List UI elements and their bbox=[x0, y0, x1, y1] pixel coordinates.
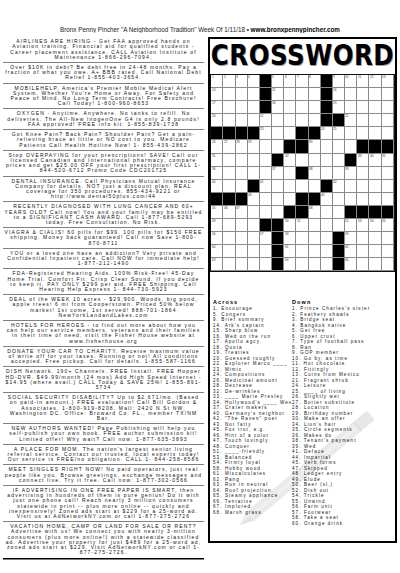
cell-number: 23 bbox=[260, 127, 264, 130]
grid-cell bbox=[369, 101, 381, 114]
cell-number: 54 bbox=[370, 219, 374, 222]
grid-cell: 24 bbox=[321, 127, 333, 140]
grid-cell bbox=[223, 154, 235, 167]
grid-cell bbox=[260, 206, 272, 219]
grid-cell: 46 bbox=[223, 206, 235, 219]
cell-number: 25 bbox=[333, 127, 337, 130]
grid-cell bbox=[357, 193, 369, 206]
grid-cell: 21 bbox=[260, 114, 272, 127]
grid-cell bbox=[321, 140, 333, 153]
black-cell bbox=[333, 114, 345, 127]
black-cell bbox=[211, 127, 223, 140]
black-cell bbox=[309, 193, 321, 206]
down-heading: Down bbox=[292, 299, 393, 305]
grid-cell bbox=[272, 114, 284, 127]
classified-ad: NEW AUTHORS WANTED! Page Publishing will… bbox=[3, 424, 204, 445]
grid-cell bbox=[248, 245, 260, 258]
grid-cell bbox=[357, 258, 369, 271]
black-cell bbox=[369, 206, 381, 219]
grid-cell bbox=[333, 154, 345, 167]
grid-cell: 31 bbox=[211, 154, 223, 167]
cell-number: 36 bbox=[212, 167, 216, 170]
grid-cell bbox=[309, 180, 321, 193]
grid-cell: 42 bbox=[333, 180, 345, 193]
grid-cell bbox=[357, 232, 369, 245]
grid-cell bbox=[357, 180, 369, 193]
cell-number: 57 bbox=[260, 232, 264, 235]
cell-number: 60 bbox=[212, 245, 216, 248]
grid-cell: 23 bbox=[260, 127, 272, 140]
grid-cell bbox=[382, 167, 394, 180]
grid-cell bbox=[248, 219, 260, 232]
classified-ad: RECENTLY DIAGNOSED WITH LUNG CANCER AND … bbox=[3, 202, 204, 228]
grid-cell: 48 bbox=[309, 206, 321, 219]
grid-cell bbox=[357, 167, 369, 180]
classified-ad: Got Knee Pain? Back Pain? Shoulder Pain?… bbox=[3, 130, 204, 151]
grid-cell bbox=[223, 101, 235, 114]
grid-cell: 20 bbox=[211, 114, 223, 127]
grid-cell bbox=[357, 114, 369, 127]
classified-ad: DONATE YOUR CAR TO CHARITY. Receive maxi… bbox=[3, 347, 204, 368]
black-cell bbox=[260, 101, 272, 114]
cell-number: 46 bbox=[224, 206, 228, 209]
grid-cell bbox=[321, 258, 333, 271]
cell-number: 49 bbox=[212, 219, 216, 222]
cell-number: 34 bbox=[370, 154, 374, 157]
grid-cell bbox=[345, 140, 357, 153]
grid-cell: 30 bbox=[309, 140, 321, 153]
cell-number: 61 bbox=[285, 245, 289, 248]
classified-ad: MOBILEHELP, America's Premier Mobile Med… bbox=[3, 83, 204, 109]
cell-number: 63 bbox=[212, 258, 216, 261]
grid-cell bbox=[236, 245, 248, 258]
cell-number: 51 bbox=[297, 219, 301, 222]
grid-cell bbox=[236, 154, 248, 167]
grid-cell: 36 bbox=[211, 167, 223, 180]
black-cell bbox=[248, 127, 260, 140]
grid-cell bbox=[369, 127, 381, 140]
cell-number: 59 bbox=[345, 232, 349, 235]
cell-number: 16 bbox=[333, 88, 337, 91]
black-cell bbox=[321, 88, 333, 101]
grid-cell bbox=[369, 258, 381, 271]
black-cell bbox=[357, 140, 369, 153]
grid-cell bbox=[321, 232, 333, 245]
cell-number: 20 bbox=[212, 114, 216, 117]
black-cell bbox=[248, 180, 260, 193]
grid-cell bbox=[333, 193, 345, 206]
cell-number: 17 bbox=[212, 101, 216, 104]
grid-cell: 50 bbox=[284, 219, 296, 232]
grid-cell: 63 bbox=[211, 258, 223, 271]
cell-number: 44 bbox=[321, 193, 325, 196]
classified-ad: Stop OVERPAYING for your prescriptions! … bbox=[3, 150, 204, 176]
cell-number: 53 bbox=[358, 219, 362, 222]
cell-number: 42 bbox=[333, 180, 337, 183]
black-cell bbox=[296, 167, 308, 180]
grid-cell bbox=[369, 245, 381, 258]
grid-cell: 22 bbox=[345, 114, 357, 127]
cell-number: 15 bbox=[272, 88, 276, 91]
grid-cell bbox=[248, 101, 260, 114]
black-cell bbox=[333, 245, 345, 258]
classifieds-column: AIRLINES ARE HIRING - Get FAA approved h… bbox=[3, 37, 204, 567]
black-cell bbox=[321, 101, 333, 114]
black-cell bbox=[309, 127, 321, 140]
black-cell bbox=[321, 75, 333, 88]
grid-cell: 11 bbox=[357, 75, 369, 88]
cell-number: 33 bbox=[358, 154, 362, 157]
grid-cell: 4 bbox=[248, 75, 260, 88]
masthead-text: Bronx Penny Pincher "A Neighborhood Trad… bbox=[60, 26, 251, 33]
classified-ad: IF ADVERTISING IN ONE FREE PAPER IS SMAR… bbox=[3, 486, 204, 522]
grid-cell bbox=[284, 167, 296, 180]
grid-cell: 47 bbox=[236, 206, 248, 219]
grid-cell: 18 bbox=[272, 101, 284, 114]
grid-cell: 53 bbox=[357, 219, 369, 232]
grid-cell bbox=[333, 206, 345, 219]
grid-cell bbox=[272, 127, 284, 140]
grid-cell bbox=[309, 88, 321, 101]
grid-cell bbox=[248, 88, 260, 101]
black-cell bbox=[272, 154, 284, 167]
black-cell bbox=[211, 193, 223, 206]
grid-cell: 16 bbox=[333, 88, 345, 101]
black-cell bbox=[333, 232, 345, 245]
cell-number: 2 bbox=[224, 75, 226, 78]
grid-cell: 39 bbox=[345, 167, 357, 180]
cell-number: 12 bbox=[370, 75, 374, 78]
grid-cell bbox=[272, 193, 284, 206]
cell-number: 11 bbox=[358, 75, 361, 78]
grid-cell: 28 bbox=[236, 140, 248, 153]
grid-cell bbox=[296, 258, 308, 271]
cell-number: 62 bbox=[345, 245, 349, 248]
grid-cell bbox=[248, 114, 260, 127]
grid-cell bbox=[345, 101, 357, 114]
grid-cell bbox=[321, 245, 333, 258]
grid-cell: 12 bbox=[369, 75, 381, 88]
grid-cell bbox=[284, 180, 296, 193]
grid-cell bbox=[284, 114, 296, 127]
black-cell bbox=[223, 127, 235, 140]
grid-cell: 57 bbox=[260, 232, 272, 245]
cell-number: 29 bbox=[248, 140, 252, 143]
grid-cell: 49 bbox=[211, 219, 223, 232]
grid-cell: 29 bbox=[248, 140, 260, 153]
crossword-title: CROSSWORD bbox=[212, 37, 393, 74]
grid-cell bbox=[296, 114, 308, 127]
grid-cell: 45 bbox=[211, 206, 223, 219]
grid-cell bbox=[223, 245, 235, 258]
grid-cell bbox=[369, 88, 381, 101]
cell-number: 50 bbox=[285, 219, 289, 222]
grid-cell bbox=[223, 232, 235, 245]
grid-cell bbox=[260, 193, 272, 206]
grid-cell: 15 bbox=[272, 88, 284, 101]
grid-cell bbox=[260, 154, 272, 167]
grid-cell: 43 bbox=[248, 193, 260, 206]
classified-ad: SOCIAL SECURITY DISABILITY? Up to $2,671… bbox=[3, 393, 204, 424]
grid-cell bbox=[236, 232, 248, 245]
cell-number: 19 bbox=[333, 101, 337, 104]
black-cell bbox=[260, 75, 272, 88]
classified-ad: VACATION HOME, CAMP OR LAND FOR SALE OR … bbox=[3, 522, 204, 559]
cell-number: 47 bbox=[236, 206, 240, 209]
grid-cell bbox=[223, 180, 235, 193]
grid-cell: 5 bbox=[272, 75, 284, 88]
grid-cell bbox=[309, 232, 321, 245]
grid-cell: 52 bbox=[345, 219, 357, 232]
classified-ad: OXYGEN - Anytime. Anywhere. No tanks to … bbox=[3, 109, 204, 130]
black-cell bbox=[260, 219, 272, 232]
classified-ad: HOTELS FOR HEROES - to find out more abo… bbox=[3, 321, 204, 347]
cell-number: 6 bbox=[285, 75, 287, 78]
cell-number: 30 bbox=[309, 140, 313, 143]
cell-number: 18 bbox=[272, 101, 276, 104]
grid-cell bbox=[345, 88, 357, 101]
grid-cell: 9 bbox=[333, 75, 345, 88]
black-cell bbox=[296, 193, 308, 206]
classified-ad: FDA-Registered Hearing Aids. 100% Risk-F… bbox=[3, 269, 204, 295]
black-cell bbox=[296, 127, 308, 140]
grid-cell: 8 bbox=[309, 75, 321, 88]
grid-cell bbox=[357, 245, 369, 258]
cell-number: 65 bbox=[345, 258, 349, 261]
black-cell bbox=[272, 219, 284, 232]
down-clue-list: 1. Prince Charles's sister2. Feathery sh… bbox=[292, 306, 393, 526]
grid-cell bbox=[296, 88, 308, 101]
grid-cell bbox=[236, 180, 248, 193]
grid-cell bbox=[284, 193, 296, 206]
grid-cell: 51 bbox=[296, 219, 308, 232]
cell-number: 37 bbox=[272, 167, 276, 170]
cell-number: 55 bbox=[382, 219, 386, 222]
across-clue-list: 1. Encourage5. Congers9. Brief summary14… bbox=[213, 306, 292, 515]
grid-cell bbox=[223, 114, 235, 127]
grid-cell bbox=[369, 193, 381, 206]
classified-ad: Over $10K in debt? Be debt free in 24-48… bbox=[3, 63, 204, 84]
black-cell bbox=[223, 193, 235, 206]
grid-cell bbox=[236, 219, 248, 232]
cell-number: 31 bbox=[212, 154, 216, 157]
grid-cell bbox=[345, 180, 357, 193]
black-cell bbox=[236, 127, 248, 140]
classified-ad: AIRLINES ARE HIRING - Get FAA approved h… bbox=[3, 37, 204, 63]
grid-cell bbox=[284, 88, 296, 101]
black-cell bbox=[272, 245, 284, 258]
down-clue: 60. Orange drink bbox=[292, 521, 393, 527]
grid-cell: 44 bbox=[321, 193, 333, 206]
cell-number: 39 bbox=[345, 167, 349, 170]
cell-number: 45 bbox=[212, 206, 216, 209]
grid-cell bbox=[260, 245, 272, 258]
black-cell bbox=[382, 140, 394, 153]
grid-cell: 1 bbox=[211, 75, 223, 88]
across-clue: 68. Marsh grass bbox=[213, 510, 292, 516]
cell-number: 41 bbox=[260, 180, 264, 183]
grid-cell: 64 bbox=[284, 258, 296, 271]
grid-cell bbox=[382, 114, 394, 127]
grid-cell bbox=[333, 219, 345, 232]
grid-cell bbox=[296, 154, 308, 167]
grid-cell: 65 bbox=[345, 258, 357, 271]
grid-cell bbox=[248, 206, 260, 219]
cell-number: 43 bbox=[248, 193, 252, 196]
grid-cell: 56 bbox=[211, 232, 223, 245]
cell-number: 13 bbox=[382, 75, 386, 78]
grid-cell: 13 bbox=[382, 75, 394, 88]
grid-cell bbox=[321, 154, 333, 167]
grid-cell bbox=[382, 193, 394, 206]
grid-cell bbox=[309, 245, 321, 258]
classifieds-list: AIRLINES ARE HIRING - Get FAA approved h… bbox=[3, 37, 204, 559]
classified-ad: YOU or a loved one have an addiction? Ve… bbox=[3, 249, 204, 270]
grid-cell: 37 bbox=[272, 167, 284, 180]
grid-cell bbox=[236, 114, 248, 127]
grid-cell bbox=[309, 101, 321, 114]
grid-cell: 59 bbox=[345, 232, 357, 245]
grid-cell bbox=[382, 245, 394, 258]
cell-number: 52 bbox=[345, 219, 349, 222]
across-column: Across 1. Encourage5. Congers9. Brief su… bbox=[213, 299, 292, 526]
newspaper-page: Bronx Penny Pincher "A Neighborhood Trad… bbox=[0, 0, 400, 573]
grid-cell bbox=[236, 88, 248, 101]
grid-cell bbox=[272, 206, 284, 219]
grid-cell bbox=[223, 88, 235, 101]
grid-cell: 35 bbox=[382, 154, 394, 167]
grid-cell: 27 bbox=[223, 140, 235, 153]
black-cell bbox=[321, 180, 333, 193]
grid-cell bbox=[309, 258, 321, 271]
page-content: AIRLINES ARE HIRING - Get FAA approved h… bbox=[0, 37, 400, 567]
grid-cell: 41 bbox=[260, 180, 272, 193]
black-cell bbox=[345, 154, 357, 167]
across-heading: Across bbox=[213, 299, 292, 305]
grid-cell: 60 bbox=[211, 245, 223, 258]
black-cell bbox=[296, 140, 308, 153]
cell-number: 28 bbox=[236, 140, 240, 143]
classified-ad: DEAL of the WEEK 10 acres - $29,900. Woo… bbox=[3, 295, 204, 321]
grid-cell bbox=[382, 180, 394, 193]
grid-cell bbox=[357, 127, 369, 140]
grid-cell bbox=[284, 127, 296, 140]
grid-cell bbox=[223, 258, 235, 271]
cell-number: 5 bbox=[272, 75, 274, 78]
grid-cell bbox=[345, 127, 357, 140]
cell-number: 64 bbox=[285, 258, 289, 261]
grid-cell bbox=[369, 167, 381, 180]
grid-cell: 62 bbox=[345, 245, 357, 258]
grid-cell bbox=[333, 167, 345, 180]
grid-cell: 14 bbox=[211, 88, 223, 101]
black-cell bbox=[296, 206, 308, 219]
grid-cell bbox=[260, 258, 272, 271]
grid-cell: 7 bbox=[296, 75, 308, 88]
grid-cell bbox=[296, 180, 308, 193]
grid-cell: 25 bbox=[333, 127, 345, 140]
black-cell bbox=[284, 206, 296, 219]
grid-cell bbox=[382, 101, 394, 114]
black-cell bbox=[284, 140, 296, 153]
classified-ad: A PLACE FOR MOM. The nation's largest se… bbox=[3, 445, 204, 466]
grid-cell bbox=[369, 232, 381, 245]
cell-number: 1 bbox=[212, 75, 214, 78]
grid-cell: 19 bbox=[333, 101, 345, 114]
cell-number: 35 bbox=[382, 154, 386, 157]
black-cell bbox=[272, 258, 284, 271]
black-cell bbox=[333, 258, 345, 271]
cell-number: 38 bbox=[309, 167, 313, 170]
grid-cell bbox=[296, 101, 308, 114]
classified-ad: MEET SINGLES RIGHT NOW! No paid operator… bbox=[3, 465, 204, 486]
grid-cell bbox=[223, 219, 235, 232]
black-cell bbox=[236, 193, 248, 206]
grid-cell: 38 bbox=[309, 167, 321, 180]
grid-cell bbox=[357, 88, 369, 101]
grid-cell bbox=[236, 258, 248, 271]
cell-number: 3 bbox=[236, 75, 238, 78]
down-column: Down 1. Prince Charles's sister2. Feathe… bbox=[292, 299, 393, 526]
cell-number: 48 bbox=[309, 206, 313, 209]
classified-ad: DISH Network. 190+ Channels. FREE Instal… bbox=[3, 367, 204, 393]
grid-cell: 32 bbox=[284, 154, 296, 167]
grid-cell bbox=[223, 167, 235, 180]
black-cell bbox=[272, 232, 284, 245]
cell-number: 27 bbox=[224, 140, 228, 143]
grid-cell bbox=[333, 140, 345, 153]
grid-cell: 55 bbox=[382, 219, 394, 232]
grid-cell bbox=[369, 114, 381, 127]
cell-number: 9 bbox=[333, 75, 335, 78]
classified-ad: DENTAL INSURANCE. Call Physicians Mutual… bbox=[3, 176, 204, 202]
clue-section: Across 1. Encourage5. Congers9. Brief su… bbox=[210, 299, 395, 535]
grid-cell bbox=[309, 154, 321, 167]
grid-cell: 34 bbox=[369, 154, 381, 167]
grid-cell bbox=[248, 258, 260, 271]
black-cell bbox=[382, 206, 394, 219]
grid-cell bbox=[260, 167, 272, 180]
cell-number: 56 bbox=[212, 232, 216, 235]
cell-number: 26 bbox=[212, 140, 216, 143]
cell-number: 4 bbox=[248, 75, 250, 78]
grid-cell bbox=[296, 232, 308, 245]
cell-number: 22 bbox=[345, 114, 349, 117]
grid-cell bbox=[345, 193, 357, 206]
grid-cell bbox=[272, 180, 284, 193]
crossword-box: CROSSWORD 123456789101112131415161718192… bbox=[208, 37, 397, 543]
cell-number: 10 bbox=[345, 75, 349, 78]
grid-cell bbox=[382, 258, 394, 271]
grid-cell bbox=[236, 167, 248, 180]
masthead-url: www.bronxpennypincher.com bbox=[251, 26, 340, 33]
grid-cell: 26 bbox=[211, 140, 223, 153]
grid-cell bbox=[296, 245, 308, 258]
cell-number: 24 bbox=[321, 127, 325, 130]
black-cell bbox=[260, 88, 272, 101]
crossword-grid: 1234567891011121314151617181920212223242… bbox=[210, 74, 395, 272]
classified-ad: VIAGRA & CIALIS! 60 pills for $99. 100 p… bbox=[3, 228, 204, 249]
cell-number: 14 bbox=[212, 88, 216, 91]
grid-cell: 58 bbox=[284, 232, 296, 245]
grid-cell bbox=[248, 154, 260, 167]
grid-cell: 3 bbox=[236, 75, 248, 88]
grid-cell bbox=[260, 140, 272, 153]
grid-cell bbox=[321, 219, 333, 232]
grid-cell bbox=[321, 167, 333, 180]
grid-cell: 6 bbox=[284, 75, 296, 88]
masthead-line: Bronx Penny Pincher "A Neighborhood Trad… bbox=[0, 26, 400, 33]
